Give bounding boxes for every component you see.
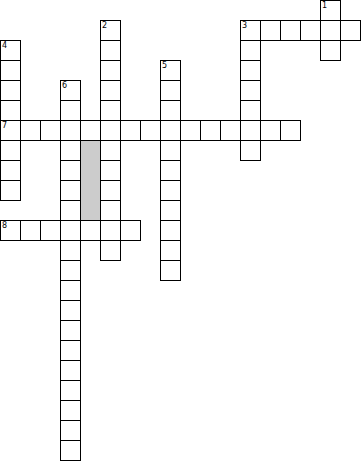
cell-r9-c8[interactable] xyxy=(160,180,181,201)
cell-r3-c12[interactable] xyxy=(240,60,261,81)
cell-r6-c13[interactable] xyxy=(260,120,281,141)
cell-r7-c5[interactable] xyxy=(100,140,121,161)
cell-r5-c8[interactable] xyxy=(160,100,181,121)
cell-r16-c3[interactable] xyxy=(60,320,81,341)
cell-r6-c9[interactable] xyxy=(180,120,201,141)
cell-r9-c5[interactable] xyxy=(100,180,121,201)
cell-r3-c8[interactable]: 5 xyxy=(160,60,181,81)
cell-r11-c3[interactable] xyxy=(60,220,81,241)
cell-r11-c6[interactable] xyxy=(120,220,141,241)
cell-r20-c3[interactable] xyxy=(60,400,81,421)
cell-r17-c3[interactable] xyxy=(60,340,81,361)
cell-r5-c0[interactable] xyxy=(0,100,21,121)
cell-r18-c3[interactable] xyxy=(60,360,81,381)
cell-r10-c8[interactable] xyxy=(160,200,181,221)
cell-r1-c14[interactable] xyxy=(280,20,301,41)
cell-r6-c6[interactable] xyxy=(120,120,141,141)
cell-r5-c3[interactable] xyxy=(60,100,81,121)
clue-number-1: 1 xyxy=(322,1,327,10)
cell-r9-c3[interactable] xyxy=(60,180,81,201)
cell-r2-c0[interactable]: 4 xyxy=(0,40,21,61)
cell-r5-c12[interactable] xyxy=(240,100,261,121)
cell-r6-c12[interactable] xyxy=(240,120,261,141)
cell-r11-c1[interactable] xyxy=(20,220,41,241)
cell-r2-c16[interactable] xyxy=(320,40,341,61)
cell-r0-c16[interactable]: 1 xyxy=(320,0,341,21)
cell-r1-c16[interactable] xyxy=(320,20,341,41)
cell-r8-c0[interactable] xyxy=(0,160,21,181)
clue-number-4: 4 xyxy=(2,41,7,50)
cell-r6-c4[interactable] xyxy=(80,120,101,141)
cell-r2-c5[interactable] xyxy=(100,40,121,61)
cell-r6-c14[interactable] xyxy=(280,120,301,141)
cell-r4-c0[interactable] xyxy=(0,80,21,101)
cell-r6-c5[interactable] xyxy=(100,120,121,141)
cell-r5-c5[interactable] xyxy=(100,100,121,121)
cell-r11-c8[interactable] xyxy=(160,220,181,241)
cell-r13-c3[interactable] xyxy=(60,260,81,281)
cell-r3-c0[interactable] xyxy=(0,60,21,81)
cell-r6-c1[interactable] xyxy=(20,120,41,141)
cell-r12-c8[interactable] xyxy=(160,240,181,261)
clue-number-5: 5 xyxy=(162,61,167,70)
cell-r1-c15[interactable] xyxy=(300,20,321,41)
cell-r7-c8[interactable] xyxy=(160,140,181,161)
cell-r1-c17[interactable] xyxy=(340,20,361,41)
shaded-cell-r7-c4[interactable] xyxy=(80,140,101,221)
cell-r1-c5[interactable]: 2 xyxy=(100,20,121,41)
cell-r4-c5[interactable] xyxy=(100,80,121,101)
cell-r6-c7[interactable] xyxy=(140,120,161,141)
cell-r7-c0[interactable] xyxy=(0,140,21,161)
cell-r12-c3[interactable] xyxy=(60,240,81,261)
clue-number-3: 3 xyxy=(242,21,247,30)
cell-r11-c4[interactable] xyxy=(80,220,101,241)
cell-r10-c3[interactable] xyxy=(60,200,81,221)
cell-r15-c3[interactable] xyxy=(60,300,81,321)
cell-r8-c3[interactable] xyxy=(60,160,81,181)
cell-r6-c3[interactable] xyxy=(60,120,81,141)
cell-r7-c12[interactable] xyxy=(240,140,261,161)
cell-r11-c2[interactable] xyxy=(40,220,61,241)
cell-r6-c8[interactable] xyxy=(160,120,181,141)
cell-r19-c3[interactable] xyxy=(60,380,81,401)
cell-r9-c0[interactable] xyxy=(0,180,21,201)
cell-r6-c10[interactable] xyxy=(200,120,221,141)
clue-number-6: 6 xyxy=(62,81,67,90)
clue-number-8: 8 xyxy=(2,221,7,230)
cell-r8-c5[interactable] xyxy=(100,160,121,181)
cell-r10-c5[interactable] xyxy=(100,200,121,221)
crossword-page: 12345678 xyxy=(0,0,361,461)
cell-r8-c8[interactable] xyxy=(160,160,181,181)
cell-r6-c0[interactable]: 7 xyxy=(0,120,21,141)
crossword-board: 12345678 xyxy=(0,0,361,461)
cell-r11-c5[interactable] xyxy=(100,220,121,241)
cell-r1-c12[interactable]: 3 xyxy=(240,20,261,41)
cell-r6-c11[interactable] xyxy=(220,120,241,141)
cell-r11-c0[interactable]: 8 xyxy=(0,220,21,241)
clue-number-7: 7 xyxy=(2,121,7,130)
cell-r3-c5[interactable] xyxy=(100,60,121,81)
cell-r6-c2[interactable] xyxy=(40,120,61,141)
cell-r2-c12[interactable] xyxy=(240,40,261,61)
cell-r4-c12[interactable] xyxy=(240,80,261,101)
cell-r12-c5[interactable] xyxy=(100,240,121,261)
clue-number-2: 2 xyxy=(102,21,107,30)
cell-r1-c13[interactable] xyxy=(260,20,281,41)
cell-r7-c3[interactable] xyxy=(60,140,81,161)
cell-r4-c3[interactable]: 6 xyxy=(60,80,81,101)
cell-r4-c8[interactable] xyxy=(160,80,181,101)
cell-r22-c3[interactable] xyxy=(60,440,81,461)
cell-r13-c8[interactable] xyxy=(160,260,181,281)
cell-r21-c3[interactable] xyxy=(60,420,81,441)
cell-r14-c3[interactable] xyxy=(60,280,81,301)
